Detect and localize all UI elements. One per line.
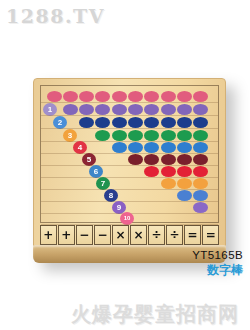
counting-circle [193,130,208,141]
counting-circle [112,104,127,115]
counting-circle [128,130,143,141]
counting-circle [161,91,176,102]
counting-circle [79,104,94,115]
counting-circle [177,91,192,102]
counting-circle [177,142,192,153]
counting-circle [112,91,127,102]
plank-seam [41,141,218,142]
symbol-tile: − [94,225,111,245]
plank-seam [41,165,218,166]
number-disc: 10 [120,212,134,225]
counting-circle [193,202,208,213]
symbol-tile: = [202,225,219,245]
counting-circle [193,154,208,165]
number-disc: 1 [43,103,57,116]
number-disc: 3 [63,129,77,142]
counting-circle [112,117,127,128]
product-code: YT5165B [192,249,243,261]
number-disc: 6 [89,165,103,178]
number-disc: 8 [104,189,118,202]
counting-circle [193,91,208,102]
counting-circle [128,117,143,128]
counting-circle [161,178,176,189]
counting-circle [144,142,159,153]
counting-circle [95,117,110,128]
counting-circle [95,91,110,102]
plank-seam [41,177,218,178]
counting-circle [112,142,127,153]
counting-circle [128,91,143,102]
board-face: 12345678910 ++−−××÷÷== [33,78,226,246]
counting-circle [161,104,176,115]
counting-circle [177,166,192,177]
counting-circle [79,91,94,102]
counting-circle [95,104,110,115]
symbol-tile: = [184,225,201,245]
counting-circle [128,154,143,165]
number-disc: 5 [82,153,96,166]
plank-seam [41,189,218,190]
watermark-bottom: 火爆孕婴童招商网 [71,301,239,328]
product-caption: YT5165B 数字棒 [192,249,243,279]
counting-board: 12345678910 ++−−××÷÷== [33,78,226,263]
counting-circle [144,130,159,141]
symbol-tile: × [112,225,129,245]
counting-circle [95,130,110,141]
counting-circle [193,190,208,201]
watermark-top: 1288.TV [6,5,105,27]
symbol-tile: ÷ [166,225,183,245]
counting-circle [144,104,159,115]
product-name: 数字棒 [192,262,243,279]
number-disc: 4 [73,141,87,154]
counting-circle [144,117,159,128]
symbol-tile: ÷ [148,225,165,245]
counting-circle [193,178,208,189]
number-disc: 7 [96,177,110,190]
counting-circle [193,142,208,153]
counting-circle [63,91,78,102]
counting-circle [161,154,176,165]
symbol-tile: × [130,225,147,245]
number-disc: 2 [53,116,67,129]
counting-circle [161,117,176,128]
counting-circle [177,178,192,189]
counting-circle [63,104,78,115]
counting-circle [177,117,192,128]
symbol-tile: + [58,225,75,245]
symbol-tile: − [76,225,93,245]
counting-circle [177,190,192,201]
symbol-tile: + [40,225,57,245]
symbol-tiles-row: ++−−××÷÷== [40,225,219,245]
counting-circle [128,142,143,153]
counting-circle [161,130,176,141]
counting-circle [47,91,62,102]
counting-circle [144,166,159,177]
plank-seam [41,153,218,154]
counting-circle [128,104,143,115]
counting-circle [177,154,192,165]
counting-circle [193,166,208,177]
counting-circle [177,130,192,141]
plank-seam [41,115,218,116]
counting-circle [79,117,94,128]
counting-circle [193,117,208,128]
counting-circle [193,104,208,115]
plank-seam [41,201,218,202]
counting-circle [177,104,192,115]
counting-circle [161,166,176,177]
counting-circle [144,154,159,165]
plank-seam [41,102,218,103]
counting-circle [112,130,127,141]
counting-circle [161,142,176,153]
counting-circle [144,91,159,102]
